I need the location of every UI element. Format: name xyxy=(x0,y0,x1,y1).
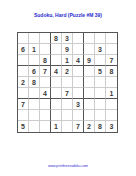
cell-r5c7 xyxy=(84,77,95,88)
cell-r1c9 xyxy=(106,33,117,44)
cell-r8c4 xyxy=(51,110,62,121)
cell-r1c5: 3 xyxy=(62,33,73,44)
cell-r7c1: 7 xyxy=(18,99,29,110)
cell-r3c3: 8 xyxy=(40,55,51,66)
cell-r3c7: 9 xyxy=(84,55,95,66)
cell-r2c9 xyxy=(106,44,117,55)
cell-r6c1 xyxy=(18,88,29,99)
cell-r4c8: 5 xyxy=(95,66,106,77)
cell-r3c1 xyxy=(18,55,29,66)
cell-r7c7 xyxy=(84,99,95,110)
cell-r4c7 xyxy=(84,66,95,77)
cell-r4c3: 7 xyxy=(40,66,51,77)
cell-r2c5: 9 xyxy=(62,44,73,55)
cell-r3c9: 7 xyxy=(106,55,117,66)
cell-r3c8 xyxy=(95,55,106,66)
cell-r1c2 xyxy=(29,33,40,44)
cell-r8c7 xyxy=(84,110,95,121)
cell-r8c9 xyxy=(106,110,117,121)
cell-r5c3 xyxy=(40,77,51,88)
cell-r6c4 xyxy=(51,88,62,99)
cell-r6c2 xyxy=(29,88,40,99)
cell-r2c2: 1 xyxy=(29,44,40,55)
cell-r6c7 xyxy=(84,88,95,99)
cell-r1c7 xyxy=(84,33,95,44)
cell-r8c3 xyxy=(40,110,51,121)
cell-r7c9 xyxy=(106,99,117,110)
cell-r9c7: 2 xyxy=(84,121,95,132)
cell-r2c1: 6 xyxy=(18,44,29,55)
cell-r1c1 xyxy=(18,33,29,44)
cell-r2c3 xyxy=(40,44,51,55)
cell-r4c6 xyxy=(73,66,84,77)
cell-r3c6: 4 xyxy=(73,55,84,66)
cell-r5c9 xyxy=(106,77,117,88)
footer-url: www.printfreesudoku.com xyxy=(0,164,136,168)
cell-r1c6 xyxy=(73,33,84,44)
cell-r5c4 xyxy=(51,77,62,88)
cell-r4c5: 2 xyxy=(62,66,73,77)
cell-r1c4: 8 xyxy=(51,33,62,44)
cell-r5c1: 2 xyxy=(18,77,29,88)
cell-r2c7 xyxy=(84,44,95,55)
cell-r7c8 xyxy=(95,99,106,110)
cell-r9c2 xyxy=(29,121,40,132)
cell-r8c2 xyxy=(29,110,40,121)
cell-r1c8 xyxy=(95,33,106,44)
cell-r6c9: 1 xyxy=(106,88,117,99)
cell-r5c2: 8 xyxy=(29,77,40,88)
cell-r2c4 xyxy=(51,44,62,55)
cell-r4c1 xyxy=(18,66,29,77)
cell-r3c4 xyxy=(51,55,62,66)
cell-r9c5 xyxy=(62,121,73,132)
cell-r6c8 xyxy=(95,88,106,99)
cell-r5c8 xyxy=(95,77,106,88)
cell-r9c8: 8 xyxy=(95,121,106,132)
sudoku-grid: 836193814976742582847173517283 xyxy=(17,32,118,133)
cell-r1c3 xyxy=(40,33,51,44)
cell-r3c2 xyxy=(29,55,40,66)
cell-r7c4 xyxy=(51,99,62,110)
cell-r4c9: 8 xyxy=(106,66,117,77)
cell-r5c6 xyxy=(73,77,84,88)
cell-r5c5 xyxy=(62,77,73,88)
page-title: Sudoku, Hard (Puzzle #M 39) xyxy=(0,12,136,18)
cell-r7c3 xyxy=(40,99,51,110)
cell-r6c3: 4 xyxy=(40,88,51,99)
cell-r8c1 xyxy=(18,110,29,121)
cell-r4c2: 6 xyxy=(29,66,40,77)
cell-r2c6 xyxy=(73,44,84,55)
cell-r7c6: 3 xyxy=(73,99,84,110)
cell-r9c3 xyxy=(40,121,51,132)
cell-r8c8 xyxy=(95,110,106,121)
cell-r9c9: 3 xyxy=(106,121,117,132)
cell-r3c5: 1 xyxy=(62,55,73,66)
cell-r7c2 xyxy=(29,99,40,110)
cell-r7c5 xyxy=(62,99,73,110)
cell-r2c8: 3 xyxy=(95,44,106,55)
cell-r8c6 xyxy=(73,110,84,121)
cell-r6c5: 7 xyxy=(62,88,73,99)
cell-r8c5 xyxy=(62,110,73,121)
cell-r9c1: 5 xyxy=(18,121,29,132)
cell-r6c6 xyxy=(73,88,84,99)
printable-sudoku-page: Sudoku, Hard (Puzzle #M 39) 836193814976… xyxy=(0,0,136,176)
cell-r9c4: 1 xyxy=(51,121,62,132)
cell-r4c4: 4 xyxy=(51,66,62,77)
cell-r9c6: 7 xyxy=(73,121,84,132)
